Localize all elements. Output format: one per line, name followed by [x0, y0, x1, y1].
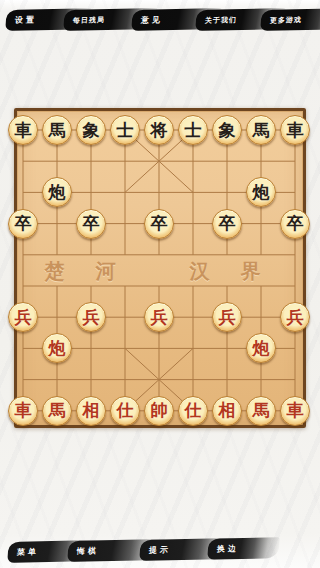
piece-black-chariot[interactable]: 車: [280, 115, 310, 145]
piece-red-chariot[interactable]: 車: [8, 396, 38, 426]
piece-red-general[interactable]: 帥: [144, 396, 174, 426]
piece-red-horse[interactable]: 馬: [42, 396, 72, 426]
piece-black-elephant[interactable]: 象: [212, 115, 242, 145]
daily-endgame-button-label: 每日残局: [73, 15, 106, 26]
piece-red-soldier[interactable]: 兵: [8, 302, 38, 332]
more-games-button-label: 更多游戏: [270, 15, 303, 26]
more-games-button[interactable]: 更多游戏: [260, 8, 320, 31]
piece-red-soldier[interactable]: 兵: [212, 302, 242, 332]
piece-red-chariot[interactable]: 車: [280, 396, 310, 426]
board-surface: 楚 河 汉 界 車馬象士将士象馬車炮炮卒卒卒卒卒兵兵兵兵兵炮炮車馬相仕帥仕相馬車: [17, 111, 303, 425]
piece-black-soldier[interactable]: 卒: [144, 209, 174, 239]
piece-red-advisor[interactable]: 仕: [110, 396, 140, 426]
xiangqi-app: 设置 每日残局 意见 关于我们 更多游戏 楚 河 汉 界 車馬象士将士象馬車炮炮…: [0, 0, 320, 568]
hint-button-label: 提示: [149, 544, 172, 555]
board-grid: [17, 111, 303, 425]
piece-black-horse[interactable]: 馬: [42, 115, 72, 145]
piece-red-advisor[interactable]: 仕: [178, 396, 208, 426]
about-us-button-label: 关于我们: [205, 15, 238, 26]
settings-button-label: 设置: [15, 14, 38, 25]
piece-black-advisor[interactable]: 士: [110, 115, 140, 145]
piece-red-soldier[interactable]: 兵: [144, 302, 174, 332]
piece-black-soldier[interactable]: 卒: [76, 209, 106, 239]
piece-black-elephant[interactable]: 象: [76, 115, 106, 145]
piece-red-elephant[interactable]: 相: [212, 396, 242, 426]
feedback-button-label: 意见: [141, 14, 164, 25]
piece-red-soldier[interactable]: 兵: [280, 302, 310, 332]
piece-black-chariot[interactable]: 車: [8, 115, 38, 145]
switch-side-button-label: 换边: [217, 543, 240, 554]
piece-black-soldier[interactable]: 卒: [212, 209, 242, 239]
piece-black-soldier[interactable]: 卒: [8, 209, 38, 239]
piece-black-horse[interactable]: 馬: [246, 115, 276, 145]
piece-black-advisor[interactable]: 士: [178, 115, 208, 145]
piece-black-general[interactable]: 将: [144, 115, 174, 145]
piece-red-elephant[interactable]: 相: [76, 396, 106, 426]
menu-button-label: 菜单: [17, 546, 40, 557]
piece-black-soldier[interactable]: 卒: [280, 209, 310, 239]
undo-button-label: 悔棋: [77, 545, 100, 556]
piece-red-soldier[interactable]: 兵: [76, 302, 106, 332]
switch-side-button[interactable]: 换边: [207, 537, 280, 559]
piece-red-horse[interactable]: 馬: [246, 396, 276, 426]
xiangqi-board[interactable]: 楚 河 汉 界 車馬象士将士象馬車炮炮卒卒卒卒卒兵兵兵兵兵炮炮車馬相仕帥仕相馬車: [14, 108, 306, 428]
